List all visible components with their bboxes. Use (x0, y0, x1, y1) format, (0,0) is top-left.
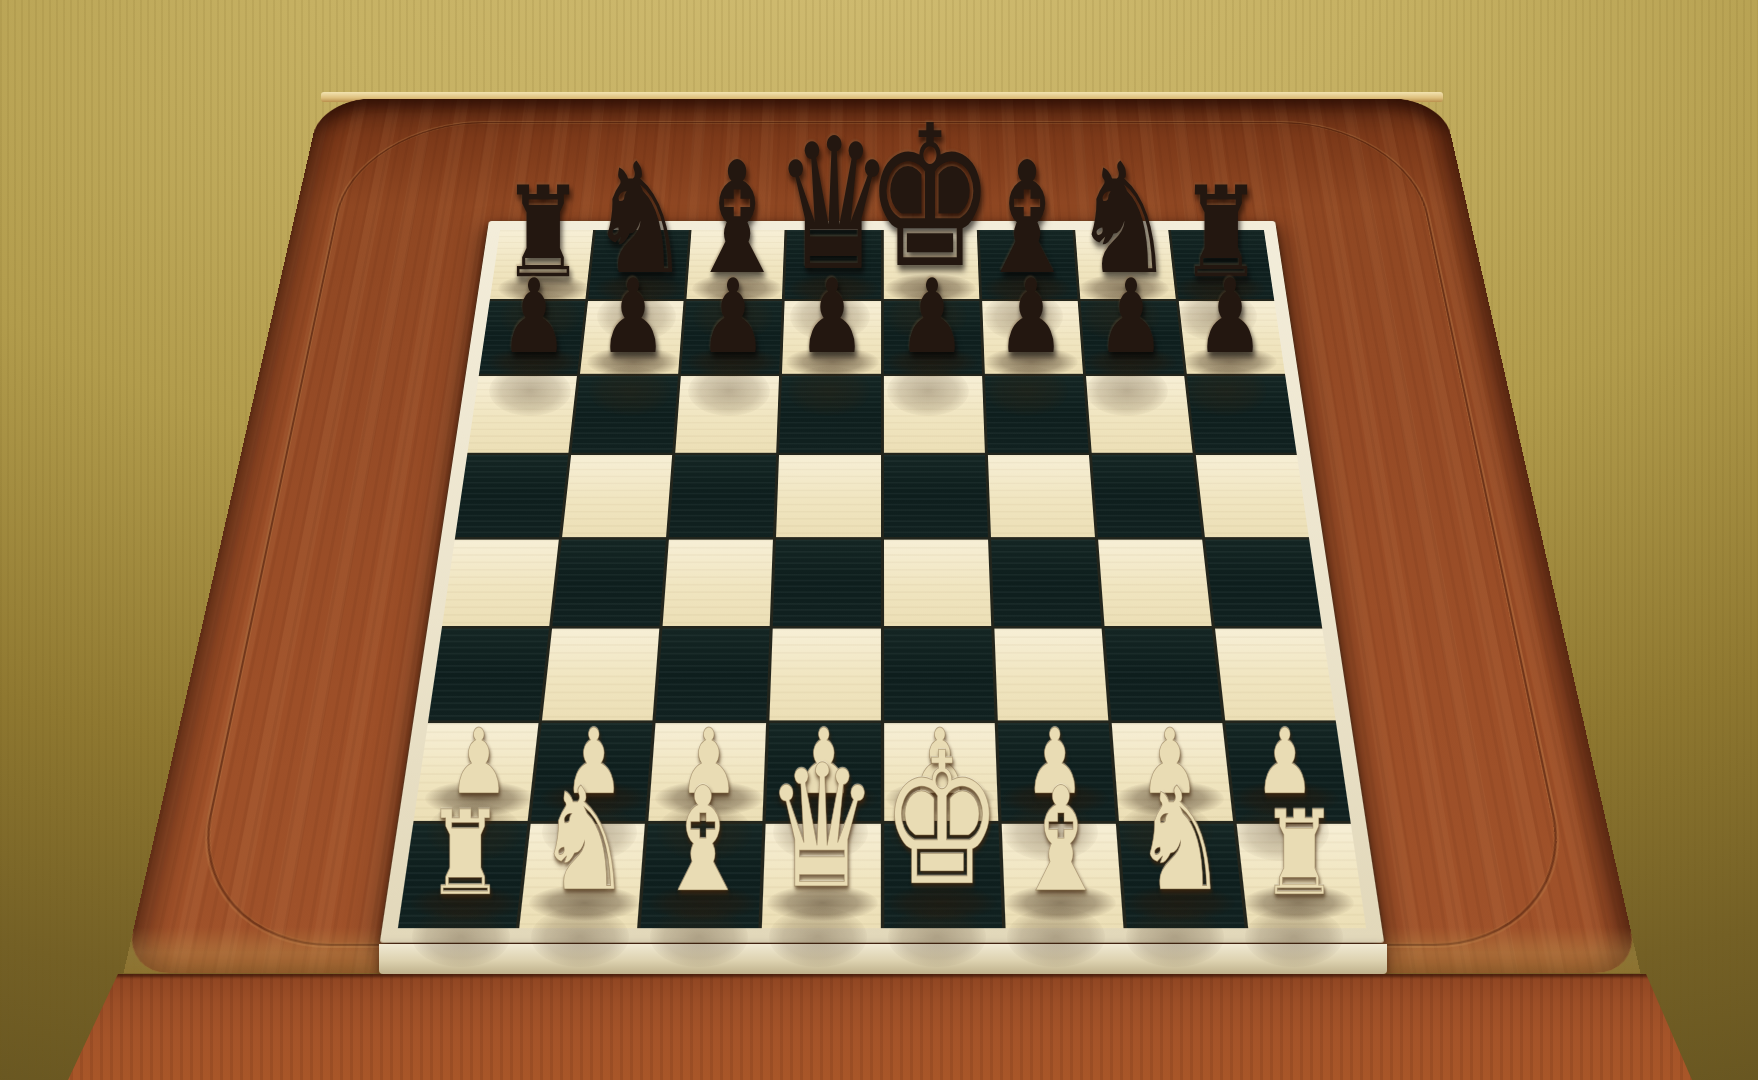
piece-white-king-e1[interactable]: ♚ (881, 729, 1002, 912)
piece-black-pawn-h7[interactable]: ♟ (1196, 267, 1264, 370)
piece-black-pawn-f7[interactable]: ♟ (997, 267, 1065, 370)
piece-white-bishop-f1[interactable]: ♝ (1013, 767, 1109, 911)
piece-black-pawn-e7[interactable]: ♟ (898, 267, 966, 370)
piece-white-knight-b1[interactable]: ♞ (537, 769, 632, 912)
piece-black-pawn-b7[interactable]: ♟ (599, 267, 667, 370)
piece-black-pawn-g7[interactable]: ♟ (1097, 267, 1165, 370)
piece-black-pawn-c7[interactable]: ♟ (699, 267, 767, 370)
pieces-layer: ♜♞♝♛♚♝♞♜♟♟♟♟♟♟♟♟♟♟♟♟♟♟♟♟♜♞♝♛♚♝♞♜ (0, 0, 1758, 1080)
game-scene: ♜♞♝♛♚♝♞♜♟♟♟♟♟♟♟♟♟♟♟♟♟♟♟♟♜♞♝♛♚♝♞♜ (0, 0, 1758, 1080)
piece-black-pawn-a7[interactable]: ♟ (500, 267, 568, 370)
piece-white-bishop-c1[interactable]: ♝ (656, 767, 752, 911)
piece-white-rook-h1[interactable]: ♜ (1260, 795, 1338, 912)
piece-black-pawn-d7[interactable]: ♟ (798, 267, 866, 370)
piece-white-queen-d1[interactable]: ♛ (766, 742, 879, 912)
piece-white-rook-a1[interactable]: ♜ (427, 795, 505, 912)
piece-white-knight-g1[interactable]: ♞ (1132, 769, 1227, 912)
